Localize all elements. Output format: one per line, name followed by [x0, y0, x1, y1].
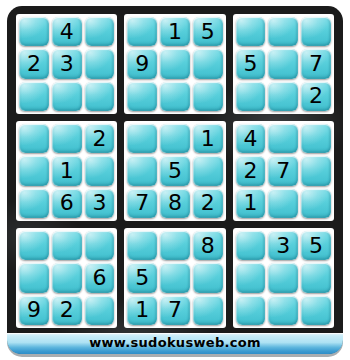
sudoku-cell[interactable]	[236, 17, 266, 46]
sudoku-cell[interactable]	[19, 82, 49, 111]
sudoku-cell[interactable]	[160, 82, 190, 111]
cell-digit: 2	[27, 53, 41, 75]
cell-digit: 2	[244, 160, 258, 182]
cell-digit: 2	[60, 299, 74, 321]
sudoku-cell[interactable]: 9	[19, 296, 49, 325]
sudoku-cell[interactable]: 2	[236, 156, 266, 185]
cell-digit: 1	[168, 21, 182, 43]
cell-digit: 1	[244, 192, 258, 214]
sudoku-cell[interactable]	[19, 17, 49, 46]
sudoku-box: 692	[16, 228, 117, 328]
cell-digit: 5	[168, 160, 182, 182]
sudoku-cell[interactable]	[127, 82, 157, 111]
sudoku-cell[interactable]: 4	[52, 17, 82, 46]
sudoku-cell[interactable]	[193, 49, 223, 78]
sudoku-cell[interactable]	[301, 17, 331, 46]
cell-digit: 3	[276, 235, 290, 257]
sudoku-cell[interactable]: 5	[301, 231, 331, 260]
sudoku-cell[interactable]	[52, 263, 82, 292]
sudoku-cell[interactable]	[19, 189, 49, 218]
sudoku-cell[interactable]	[160, 231, 190, 260]
sudoku-cell[interactable]: 1	[193, 124, 223, 153]
cell-digit: 7	[276, 160, 290, 182]
sudoku-cell[interactable]: 1	[127, 296, 157, 325]
sudoku-box: 423	[16, 14, 117, 114]
sudoku-cell[interactable]	[268, 82, 298, 111]
sudoku-cell[interactable]	[236, 263, 266, 292]
sudoku-cell[interactable]	[160, 49, 190, 78]
cell-digit: 2	[309, 85, 323, 107]
cell-digit: 7	[168, 299, 182, 321]
sudoku-cell[interactable]: 2	[85, 124, 115, 153]
sudoku-cell[interactable]	[127, 156, 157, 185]
sudoku-cell[interactable]	[301, 296, 331, 325]
sudoku-cell[interactable]	[268, 263, 298, 292]
cell-digit: 9	[27, 299, 41, 321]
sudoku-cell[interactable]: 3	[52, 49, 82, 78]
sudoku-cell[interactable]	[19, 231, 49, 260]
site-url-link[interactable]: www.sudokusweb.com	[89, 335, 261, 350]
sudoku-cell[interactable]: 6	[52, 189, 82, 218]
sudoku-cell[interactable]: 1	[160, 17, 190, 46]
cell-digit: 6	[92, 267, 106, 289]
sudoku-cell[interactable]	[52, 82, 82, 111]
sudoku-cell[interactable]: 9	[127, 49, 157, 78]
sudoku-cell[interactable]: 7	[301, 49, 331, 78]
sudoku-cell[interactable]: 2	[52, 296, 82, 325]
cell-digit: 5	[244, 53, 258, 75]
sudoku-cell[interactable]	[268, 124, 298, 153]
sudoku-box: 572	[233, 14, 334, 114]
sudoku-cell[interactable]: 1	[236, 189, 266, 218]
cell-digit: 5	[135, 267, 149, 289]
sudoku-cell[interactable]	[160, 263, 190, 292]
cell-digit: 5	[201, 21, 215, 43]
sudoku-cell[interactable]	[52, 124, 82, 153]
sudoku-cell[interactable]	[19, 263, 49, 292]
cell-digit: 2	[92, 128, 106, 150]
sudoku-cell[interactable]: 7	[127, 189, 157, 218]
cell-digit: 5	[309, 235, 323, 257]
sudoku-cell[interactable]	[19, 124, 49, 153]
cell-digit: 2	[201, 192, 215, 214]
sudoku-cell[interactable]	[193, 82, 223, 111]
sudoku-board: 4231595722163157824271692851735 www.sudo…	[7, 6, 343, 354]
sudoku-cell[interactable]	[85, 231, 115, 260]
cell-digit: 3	[60, 53, 74, 75]
cell-digit: 6	[60, 192, 74, 214]
cell-digit: 4	[60, 21, 74, 43]
sudoku-cell[interactable]: 5	[127, 263, 157, 292]
cell-digit: 1	[135, 299, 149, 321]
cell-digit: 7	[309, 53, 323, 75]
sudoku-cell[interactable]	[301, 189, 331, 218]
sudoku-cell[interactable]: 8	[193, 231, 223, 260]
sudoku-cell[interactable]	[236, 231, 266, 260]
sudoku-cell[interactable]	[301, 124, 331, 153]
sudoku-box: 159	[124, 14, 225, 114]
sudoku-cell[interactable]: 4	[236, 124, 266, 153]
sudoku-cell[interactable]: 7	[268, 156, 298, 185]
sudoku-cell[interactable]	[127, 17, 157, 46]
sudoku-cell[interactable]	[85, 156, 115, 185]
sudoku-cell[interactable]: 5	[236, 49, 266, 78]
sudoku-box: 35	[233, 228, 334, 328]
sudoku-cell[interactable]: 7	[160, 296, 190, 325]
cell-digit: 7	[135, 192, 149, 214]
sudoku-cell[interactable]	[127, 124, 157, 153]
sudoku-cell[interactable]: 2	[193, 189, 223, 218]
sudoku-cell[interactable]: 2	[301, 82, 331, 111]
sudoku-cell[interactable]: 3	[85, 189, 115, 218]
sudoku-cell[interactable]: 3	[268, 231, 298, 260]
sudoku-cell[interactable]	[85, 49, 115, 78]
sudoku-cell[interactable]	[301, 263, 331, 292]
sudoku-box: 15782	[124, 121, 225, 221]
sudoku-cell[interactable]	[19, 156, 49, 185]
sudoku-cell[interactable]: 5	[160, 156, 190, 185]
sudoku-cell[interactable]	[52, 231, 82, 260]
sudoku-box: 4271	[233, 121, 334, 221]
sudoku-cell[interactable]	[85, 296, 115, 325]
sudoku-cell[interactable]	[268, 189, 298, 218]
sudoku-cell[interactable]: 2	[19, 49, 49, 78]
sudoku-box: 2163	[16, 121, 117, 221]
sudoku-cell[interactable]	[85, 17, 115, 46]
sudoku-cell[interactable]: 1	[52, 156, 82, 185]
sudoku-grid: 4231595722163157824271692851735	[16, 14, 334, 328]
cell-digit: 8	[168, 192, 182, 214]
cell-digit: 3	[92, 192, 106, 214]
cell-digit: 4	[244, 128, 258, 150]
sudoku-cell[interactable]	[193, 296, 223, 325]
sudoku-box: 8517	[124, 228, 225, 328]
sudoku-cell[interactable]: 8	[160, 189, 190, 218]
sudoku-cell[interactable]	[268, 17, 298, 46]
cell-digit: 1	[201, 128, 215, 150]
sudoku-cell[interactable]: 5	[193, 17, 223, 46]
footer-band: www.sudokusweb.com	[7, 333, 343, 354]
cell-digit: 1	[60, 160, 74, 182]
sudoku-cell[interactable]	[268, 296, 298, 325]
sudoku-cell[interactable]	[268, 49, 298, 78]
sudoku-cell[interactable]	[85, 82, 115, 111]
sudoku-cell[interactable]	[193, 263, 223, 292]
sudoku-cell[interactable]	[127, 231, 157, 260]
sudoku-cell[interactable]	[193, 156, 223, 185]
sudoku-cell[interactable]	[236, 296, 266, 325]
sudoku-cell[interactable]	[236, 82, 266, 111]
sudoku-cell[interactable]	[301, 156, 331, 185]
sudoku-cell[interactable]: 6	[85, 263, 115, 292]
cell-digit: 8	[201, 235, 215, 257]
sudoku-cell[interactable]	[160, 124, 190, 153]
cell-digit: 9	[135, 53, 149, 75]
